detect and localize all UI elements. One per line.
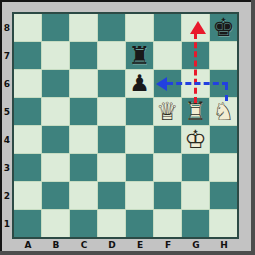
square-d7[interactable] [98,42,125,69]
square-a3[interactable] [14,154,41,181]
square-h8[interactable]: ♚ [210,14,237,41]
white-rook-icon[interactable]: ♜♖ [182,98,209,125]
file-label-h: H [210,240,238,250]
square-f3[interactable] [154,154,181,181]
rank-label-2: 2 [2,182,12,210]
file-label-d: D [98,240,126,250]
square-a7[interactable] [14,42,41,69]
square-c7[interactable] [70,42,97,69]
square-e7[interactable]: ♜ [126,42,153,69]
square-f1[interactable] [154,210,181,237]
square-h7[interactable] [210,42,237,69]
square-c5[interactable] [70,98,97,125]
window-border-top [0,0,255,2]
square-g4[interactable]: ♚♔ [182,126,209,153]
square-a2[interactable] [14,182,41,209]
square-f2[interactable] [154,182,181,209]
square-g8[interactable] [182,14,209,41]
square-b2[interactable] [42,182,69,209]
file-label-a: A [14,240,42,250]
square-d1[interactable] [98,210,125,237]
file-label-b: B [42,240,70,250]
square-a4[interactable] [14,126,41,153]
square-h2[interactable] [210,182,237,209]
square-g3[interactable] [182,154,209,181]
file-label-c: C [70,240,98,250]
white-queen-icon[interactable]: ♛♕ [154,98,181,125]
square-g5[interactable]: ♜♖ [182,98,209,125]
window-border-bottom [0,251,255,255]
file-label-g: G [182,240,210,250]
rank-label-7: 7 [2,42,12,70]
square-d2[interactable] [98,182,125,209]
window-border-right [251,0,255,255]
file-label-e: E [126,240,154,250]
square-c1[interactable] [70,210,97,237]
rank-label-8: 8 [2,14,12,42]
black-rook-icon[interactable]: ♜ [126,42,153,69]
square-d5[interactable] [98,98,125,125]
black-pawn-icon[interactable]: ♟ [126,70,153,97]
rank-label-6: 6 [2,70,12,98]
square-h1[interactable] [210,210,237,237]
square-h4[interactable] [210,126,237,153]
square-f6[interactable] [154,70,181,97]
square-a6[interactable] [14,70,41,97]
black-king-icon[interactable]: ♚ [210,14,237,41]
square-d6[interactable] [98,70,125,97]
board: ♚♜♟♛♕♜♖♞♘♚♔ [12,12,239,239]
rank-label-3: 3 [2,154,12,182]
rank-labels: 87654321 [2,14,12,238]
window-border-left [0,0,2,255]
white-king-icon[interactable]: ♚♔ [182,126,209,153]
square-b7[interactable] [42,42,69,69]
file-label-f: F [154,240,182,250]
square-g6[interactable] [182,70,209,97]
square-f5[interactable]: ♛♕ [154,98,181,125]
square-g7[interactable] [182,42,209,69]
square-e5[interactable] [126,98,153,125]
square-c8[interactable] [70,14,97,41]
square-a5[interactable] [14,98,41,125]
rank-label-1: 1 [2,210,12,238]
square-c6[interactable] [70,70,97,97]
square-c2[interactable] [70,182,97,209]
square-e2[interactable] [126,182,153,209]
square-a8[interactable] [14,14,41,41]
square-h6[interactable] [210,70,237,97]
square-b1[interactable] [42,210,69,237]
square-f4[interactable] [154,126,181,153]
square-e1[interactable] [126,210,153,237]
rank-label-4: 4 [2,126,12,154]
square-c4[interactable] [70,126,97,153]
square-h3[interactable] [210,154,237,181]
square-a1[interactable] [14,210,41,237]
square-d4[interactable] [98,126,125,153]
white-knight-icon[interactable]: ♞♘ [210,98,237,125]
square-e4[interactable] [126,126,153,153]
square-h5[interactable]: ♞♘ [210,98,237,125]
square-d8[interactable] [98,14,125,41]
square-b3[interactable] [42,154,69,181]
square-e6[interactable]: ♟ [126,70,153,97]
square-e8[interactable] [126,14,153,41]
rank-label-5: 5 [2,98,12,126]
square-g2[interactable] [182,182,209,209]
square-d3[interactable] [98,154,125,181]
file-labels: ABCDEFGH [14,240,238,250]
square-b6[interactable] [42,70,69,97]
square-b8[interactable] [42,14,69,41]
square-b4[interactable] [42,126,69,153]
square-g1[interactable] [182,210,209,237]
square-f7[interactable] [154,42,181,69]
square-f8[interactable] [154,14,181,41]
square-b5[interactable] [42,98,69,125]
square-e3[interactable] [126,154,153,181]
square-c3[interactable] [70,154,97,181]
chess-board-window: ♚♜♟♛♕♜♖♞♘♚♔ 87654321 ABCDEFGH [0,0,255,255]
